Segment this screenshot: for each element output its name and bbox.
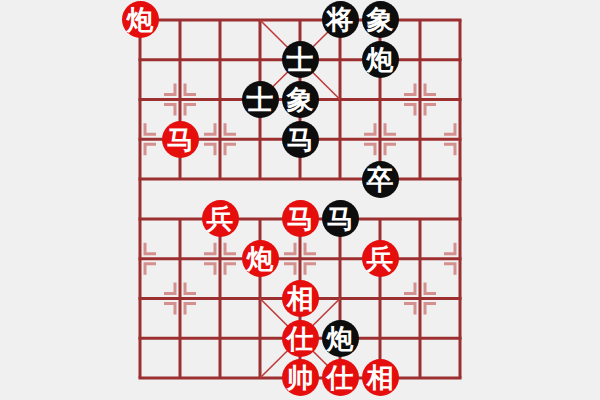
piece-red-horse[interactable]: 马 bbox=[162, 121, 199, 158]
piece-black-soldier[interactable]: 卒 bbox=[362, 161, 399, 198]
piece-black-elephant[interactable]: 象 bbox=[362, 1, 399, 38]
piece-black-advisor[interactable]: 士 bbox=[242, 81, 279, 118]
piece-black-general[interactable]: 将 bbox=[322, 1, 359, 38]
piece-black-cannon[interactable]: 炮 bbox=[322, 320, 359, 357]
piece-red-cannon[interactable]: 炮 bbox=[122, 1, 159, 38]
piece-red-advisor[interactable]: 仕 bbox=[282, 320, 319, 357]
piece-red-general[interactable]: 帅 bbox=[282, 359, 319, 396]
piece-red-advisor[interactable]: 仕 bbox=[322, 359, 359, 396]
piece-red-elephant[interactable]: 相 bbox=[282, 280, 319, 317]
piece-black-horse[interactable]: 马 bbox=[322, 200, 359, 237]
piece-red-soldier[interactable]: 兵 bbox=[362, 240, 399, 277]
piece-layer: 炮将象士炮士象马马卒兵马马炮兵相仕炮帅仕相 bbox=[120, 0, 480, 398]
piece-red-horse[interactable]: 马 bbox=[282, 200, 319, 237]
piece-black-cannon[interactable]: 炮 bbox=[362, 41, 399, 78]
piece-red-elephant[interactable]: 相 bbox=[362, 359, 399, 396]
piece-black-elephant[interactable]: 象 bbox=[282, 81, 319, 118]
xiangqi-board[interactable]: 炮将象士炮士象马马卒兵马马炮兵相仕炮帅仕相 bbox=[0, 0, 600, 400]
piece-red-cannon[interactable]: 炮 bbox=[242, 240, 279, 277]
piece-red-soldier[interactable]: 兵 bbox=[202, 200, 239, 237]
piece-black-advisor[interactable]: 士 bbox=[282, 41, 319, 78]
piece-black-horse[interactable]: 马 bbox=[282, 121, 319, 158]
